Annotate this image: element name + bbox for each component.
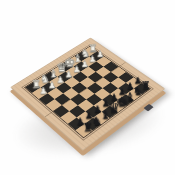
piece-white-knight: ♞: [40, 74, 50, 85]
product-photo: ♜♞♝♛♚♝♞♜♟♟♟♟♟♟♟♟♟♟♟♟♟♟♟♟♜♞♝♛♚♝♞♜: [0, 0, 175, 175]
square-h3: [96, 57, 111, 67]
board-frame: ♜♞♝♛♚♝♞♜♟♟♟♟♟♟♟♟♟♟♟♟♟♟♟♟♜♞♝♛♚♝♞♜: [10, 37, 165, 150]
piece-white-king: ♚: [63, 56, 75, 69]
piece-white-bishop: ♝: [48, 68, 58, 79]
board-grid: ♜♞♝♛♚♝♞♜♟♟♟♟♟♟♟♟♟♟♟♟♟♟♟♟♜♞♝♛♚♝♞♜: [24, 46, 151, 138]
piece-white-rook: ♜: [88, 43, 98, 54]
square-e3: [73, 72, 88, 83]
square-c2: ♟: [49, 77, 64, 88]
square-e2: ♟: [66, 66, 81, 77]
square-h5: [111, 67, 126, 78]
square-f5: [95, 77, 110, 88]
piece-white-rook: ♜: [31, 79, 41, 90]
chess-board: ♜♞♝♛♚♝♞♜♟♟♟♟♟♟♟♟♟♟♟♟♟♟♟♟♜♞♝♛♚♝♞♜: [10, 37, 165, 150]
square-h1: ♜: [82, 47, 96, 57]
square-h2: ♟: [89, 52, 104, 62]
square-b1: ♞: [34, 77, 49, 88]
square-c1: ♝: [42, 71, 57, 82]
square-g3: [89, 61, 104, 71]
square-f3: [81, 67, 96, 78]
square-e4: [80, 77, 95, 88]
piece-white-pawn: ♟: [96, 50, 104, 59]
piece-white-knight: ♞: [80, 48, 90, 59]
scene: ♜♞♝♛♚♝♞♜♟♟♟♟♟♟♟♟♟♟♟♟♟♟♟♟♜♞♝♛♚♝♞♜: [0, 0, 175, 175]
piece-black-pawn: ♟: [133, 77, 142, 86]
photo-tilt: ♜♞♝♛♚♝♞♜♟♟♟♟♟♟♟♟♟♟♟♟♟♟♟♟♜♞♝♛♚♝♞♜: [0, 0, 175, 175]
square-e1: ♚: [59, 61, 74, 71]
square-h4: [103, 62, 118, 72]
square-g2: ♟: [82, 56, 97, 66]
square-f1: ♝: [67, 56, 82, 66]
square-g5: [103, 72, 118, 83]
square-g1: ♞: [75, 51, 90, 61]
piece-white-pawn: ♟: [64, 71, 72, 80]
square-d2: ♟: [58, 72, 73, 83]
square-f4: [88, 72, 103, 83]
square-d3: [64, 77, 79, 88]
piece-white-pawn: ♟: [80, 60, 88, 69]
square-g4: [96, 67, 111, 78]
square-d1: ♛: [51, 66, 66, 76]
piece-white-queen: ♛: [55, 61, 67, 74]
piece-white-pawn: ♟: [88, 55, 96, 64]
clasp-latch-icon: [143, 104, 153, 112]
square-f2: ♟: [74, 61, 89, 71]
piece-white-pawn: ♟: [56, 76, 64, 85]
square-h6: [118, 72, 133, 83]
piece-white-pawn: ♟: [72, 65, 80, 74]
piece-white-pawn: ♟: [47, 81, 56, 90]
piece-white-bishop: ♝: [72, 53, 82, 64]
